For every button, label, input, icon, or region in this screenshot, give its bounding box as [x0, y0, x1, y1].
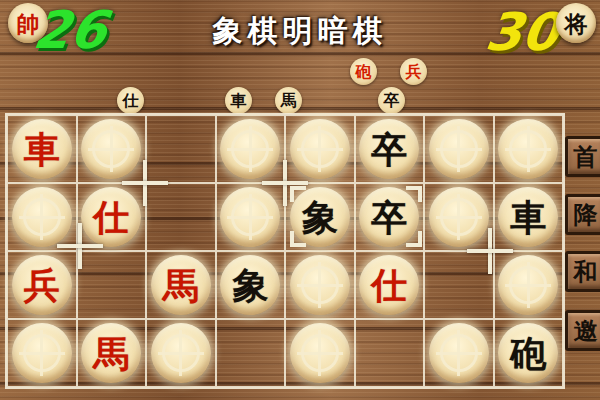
home-button[interactable]: 首	[565, 136, 600, 177]
hidden-piece-crosshair-icon	[440, 334, 478, 372]
board-cell-r1c4[interactable]	[216, 115, 286, 183]
board-cell-r2c1[interactable]	[7, 183, 77, 251]
hidden-piece-crosshair-icon	[162, 334, 200, 372]
board-cell-r4c6[interactable]	[355, 319, 425, 387]
black-score: 30	[482, 6, 562, 58]
board-cell-r4c1[interactable]	[7, 319, 77, 387]
black-piece-卒[interactable]: 卒	[359, 187, 419, 247]
hidden-piece-crosshair-icon	[231, 198, 269, 236]
board-cell-r2c2[interactable]: 仕	[77, 183, 147, 251]
hidden-piece-crosshair-icon	[231, 130, 269, 168]
red-piece-兵[interactable]: 兵	[12, 255, 72, 315]
board-cell-r4c3[interactable]	[146, 319, 216, 387]
hidden-piece[interactable]	[12, 323, 72, 383]
board-cell-r1c6[interactable]: 卒	[355, 115, 425, 183]
hidden-piece[interactable]	[220, 187, 280, 247]
board-cell-r4c4[interactable]	[216, 319, 286, 387]
black-piece-車[interactable]: 車	[498, 187, 558, 247]
board-cell-r4c5[interactable]	[285, 319, 355, 387]
board-cell-r4c8[interactable]: 砲	[494, 319, 564, 387]
board-cell-r2c4[interactable]	[216, 183, 286, 251]
captured-black-piece: 卒	[378, 87, 405, 114]
black-piece-卒[interactable]: 卒	[359, 119, 419, 179]
board-cell-r3c8[interactable]	[494, 251, 564, 319]
hidden-piece[interactable]	[498, 119, 558, 179]
captured-red-piece: 兵	[400, 58, 427, 85]
hidden-piece-crosshair-icon	[301, 266, 339, 304]
board: 車卒仕象卒車兵馬象仕馬砲	[5, 113, 565, 389]
hidden-piece-crosshair-icon	[440, 130, 478, 168]
red-score: 26	[30, 4, 110, 56]
hidden-piece[interactable]	[290, 255, 350, 315]
board-cell-r1c8[interactable]	[494, 115, 564, 183]
board-cell-r4c7[interactable]	[424, 319, 494, 387]
board-cell-r3c1[interactable]: 兵	[7, 251, 77, 319]
hidden-piece[interactable]	[429, 119, 489, 179]
red-piece-馬[interactable]: 馬	[151, 255, 211, 315]
hidden-piece-crosshair-icon	[301, 130, 339, 168]
board-cell-r1c1[interactable]: 車	[7, 115, 77, 183]
board-cell-r4c2[interactable]: 馬	[77, 319, 147, 387]
hidden-piece-crosshair-icon	[509, 130, 547, 168]
hidden-piece-crosshair-icon	[509, 266, 547, 304]
hidden-piece[interactable]	[429, 187, 489, 247]
hidden-piece-crosshair-icon	[23, 334, 61, 372]
board-cell-r1c7[interactable]	[424, 115, 494, 183]
board-cell-r3c3[interactable]: 馬	[146, 251, 216, 319]
board-cell-r2c3[interactable]	[146, 183, 216, 251]
game-screen: 帥 26 象棋明暗棋 30 将 砲兵仕車馬卒 車卒仕象卒車兵馬象仕馬砲 首降和邀	[0, 0, 600, 400]
black-piece-砲[interactable]: 砲	[498, 323, 558, 383]
board-cell-r2c6[interactable]: 卒	[355, 183, 425, 251]
hidden-piece[interactable]	[498, 255, 558, 315]
board-cell-r1c2[interactable]	[77, 115, 147, 183]
red-piece-車[interactable]: 車	[12, 119, 72, 179]
hidden-piece[interactable]	[81, 119, 141, 179]
captured-black-piece: 仕	[117, 87, 144, 114]
hidden-piece[interactable]	[290, 323, 350, 383]
hidden-piece[interactable]	[12, 187, 72, 247]
black-general-icon: 将	[556, 3, 596, 43]
page-title: 象棋明暗棋	[213, 11, 388, 52]
black-piece-象[interactable]: 象	[220, 255, 280, 315]
board-cell-r3c7[interactable]	[424, 251, 494, 319]
hidden-piece[interactable]	[429, 323, 489, 383]
hidden-piece-crosshair-icon	[92, 130, 130, 168]
hidden-piece[interactable]	[290, 119, 350, 179]
hidden-piece[interactable]	[220, 119, 280, 179]
board-cell-r2c5[interactable]: 象	[285, 183, 355, 251]
captured-black-piece: 車	[225, 87, 252, 114]
board-cell-r3c2[interactable]	[77, 251, 147, 319]
hidden-piece[interactable]	[151, 323, 211, 383]
invite-button[interactable]: 邀	[565, 310, 600, 351]
hidden-piece-crosshair-icon	[23, 198, 61, 236]
board-cell-r1c5[interactable]	[285, 115, 355, 183]
hidden-piece-crosshair-icon	[301, 334, 339, 372]
red-piece-仕[interactable]: 仕	[359, 255, 419, 315]
red-piece-仕[interactable]: 仕	[81, 187, 141, 247]
surrender-button[interactable]: 降	[565, 194, 600, 235]
red-piece-馬[interactable]: 馬	[81, 323, 141, 383]
black-piece-象[interactable]: 象	[290, 187, 350, 247]
board-cell-r3c5[interactable]	[285, 251, 355, 319]
captured-red-piece: 砲	[350, 58, 377, 85]
board-cell-r3c4[interactable]: 象	[216, 251, 286, 319]
board-cell-r2c8[interactable]: 車	[494, 183, 564, 251]
board-cell-r1c3[interactable]	[146, 115, 216, 183]
draw-button[interactable]: 和	[565, 251, 600, 292]
captured-black-piece: 馬	[275, 87, 302, 114]
hidden-piece-crosshair-icon	[440, 198, 478, 236]
board-cell-r2c7[interactable]	[424, 183, 494, 251]
board-cell-r3c6[interactable]: 仕	[355, 251, 425, 319]
